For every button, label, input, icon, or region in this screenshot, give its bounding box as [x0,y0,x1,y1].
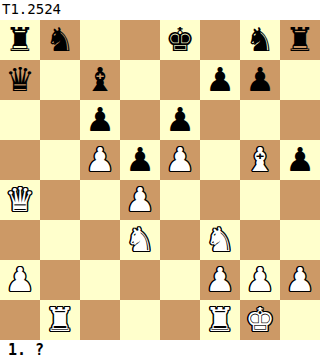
square-h6[interactable] [280,100,320,140]
square-a8[interactable]: ♜ [0,20,40,60]
black-queen: ♛ [5,60,35,100]
puzzle-title: T1.2524 [0,0,320,20]
square-f2[interactable]: ♟ [200,260,240,300]
white-pawn: ♟ [165,140,195,180]
square-f3[interactable]: ♞ [200,220,240,260]
square-e1[interactable] [160,300,200,340]
square-f7[interactable]: ♟ [200,60,240,100]
square-b5[interactable] [40,140,80,180]
square-f8[interactable] [200,20,240,60]
black-king: ♚ [165,20,195,60]
black-rook: ♜ [5,20,35,60]
square-c5[interactable]: ♟ [80,140,120,180]
square-d8[interactable] [120,20,160,60]
white-pawn: ♟ [245,260,275,300]
square-e6[interactable]: ♟ [160,100,200,140]
black-knight: ♞ [45,20,75,60]
square-e3[interactable] [160,220,200,260]
square-d7[interactable] [120,60,160,100]
square-h1[interactable] [280,300,320,340]
square-a7[interactable]: ♛ [0,60,40,100]
square-c1[interactable] [80,300,120,340]
white-pawn: ♟ [5,260,35,300]
square-c7[interactable]: ♝ [80,60,120,100]
square-e2[interactable] [160,260,200,300]
white-knight: ♞ [205,220,235,260]
chess-board: ♜♞♚♞♜♛♝♟♟♟♟♟♟♟♝♟♛♟♞♞♟♟♟♟♜♜♚ [0,20,320,340]
square-d4[interactable]: ♟ [120,180,160,220]
square-d5[interactable]: ♟ [120,140,160,180]
white-knight: ♞ [125,220,155,260]
square-a5[interactable] [0,140,40,180]
square-g7[interactable]: ♟ [240,60,280,100]
square-g2[interactable]: ♟ [240,260,280,300]
square-b6[interactable] [40,100,80,140]
black-pawn: ♟ [285,140,315,180]
black-rook: ♜ [285,20,315,60]
white-queen: ♛ [5,180,35,220]
white-pawn: ♟ [205,260,235,300]
square-a2[interactable]: ♟ [0,260,40,300]
white-rook: ♜ [205,300,235,340]
square-d3[interactable]: ♞ [120,220,160,260]
black-pawn: ♟ [165,100,195,140]
white-rook: ♜ [45,300,75,340]
square-g1[interactable]: ♚ [240,300,280,340]
tactics-diagram: T1.2524 ♜♞♚♞♜♛♝♟♟♟♟♟♟♟♝♟♛♟♞♞♟♟♟♟♜♜♚ 1. ? [0,0,320,360]
square-b8[interactable]: ♞ [40,20,80,60]
square-b2[interactable] [40,260,80,300]
square-f1[interactable]: ♜ [200,300,240,340]
square-e4[interactable] [160,180,200,220]
black-pawn: ♟ [245,60,275,100]
square-f6[interactable] [200,100,240,140]
square-g6[interactable] [240,100,280,140]
square-a1[interactable] [0,300,40,340]
square-c2[interactable] [80,260,120,300]
square-h7[interactable] [280,60,320,100]
square-e5[interactable]: ♟ [160,140,200,180]
black-bishop: ♝ [85,60,115,100]
square-b3[interactable] [40,220,80,260]
square-d6[interactable] [120,100,160,140]
square-h2[interactable]: ♟ [280,260,320,300]
square-a6[interactable] [0,100,40,140]
square-f4[interactable] [200,180,240,220]
square-g4[interactable] [240,180,280,220]
white-bishop: ♝ [245,140,275,180]
square-g3[interactable] [240,220,280,260]
square-e7[interactable] [160,60,200,100]
square-h3[interactable] [280,220,320,260]
square-a3[interactable] [0,220,40,260]
square-c6[interactable]: ♟ [80,100,120,140]
black-pawn: ♟ [125,140,155,180]
black-pawn: ♟ [205,60,235,100]
move-prompt: 1. ? [0,340,320,360]
square-h8[interactable]: ♜ [280,20,320,60]
square-c8[interactable] [80,20,120,60]
square-c3[interactable] [80,220,120,260]
square-g5[interactable]: ♝ [240,140,280,180]
square-h4[interactable] [280,180,320,220]
white-pawn: ♟ [285,260,315,300]
black-pawn: ♟ [85,100,115,140]
square-b7[interactable] [40,60,80,100]
square-d1[interactable] [120,300,160,340]
white-pawn: ♟ [85,140,115,180]
black-knight: ♞ [245,20,275,60]
white-king: ♚ [245,300,275,340]
white-pawn: ♟ [125,180,155,220]
square-a4[interactable]: ♛ [0,180,40,220]
square-b4[interactable] [40,180,80,220]
square-c4[interactable] [80,180,120,220]
square-h5[interactable]: ♟ [280,140,320,180]
square-g8[interactable]: ♞ [240,20,280,60]
square-d2[interactable] [120,260,160,300]
square-f5[interactable] [200,140,240,180]
square-b1[interactable]: ♜ [40,300,80,340]
square-e8[interactable]: ♚ [160,20,200,60]
